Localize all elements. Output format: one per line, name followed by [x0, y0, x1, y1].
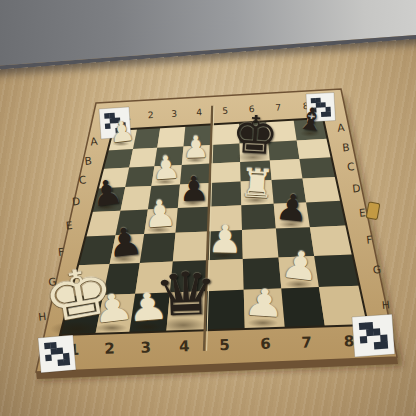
- white-pawn-h6[interactable]: ♟: [243, 284, 287, 324]
- square-f3[interactable]: [140, 233, 176, 263]
- right-letter-E: E: [358, 206, 366, 219]
- left-letter-D: D: [72, 195, 81, 208]
- bottom-number-2: 2: [104, 340, 115, 358]
- black-pawn-f2[interactable]: ♟: [106, 222, 145, 264]
- white-pawn-g7[interactable]: ♟: [279, 246, 321, 288]
- square-c5[interactable]: [210, 162, 241, 183]
- black-pawn-d1[interactable]: ♟: [90, 174, 125, 212]
- bottom-number-5: 5: [219, 336, 230, 354]
- square-a3[interactable]: [157, 126, 185, 148]
- square-g8[interactable]: [314, 255, 359, 288]
- right-letter-B: B: [342, 141, 350, 154]
- white-pawn-f5[interactable]: ♟: [207, 220, 243, 259]
- black-queen-h4[interactable]: ♛: [152, 264, 220, 326]
- brass-clasp: [366, 202, 380, 220]
- left-letter-F: F: [58, 246, 65, 259]
- right-letter-D: D: [352, 182, 361, 195]
- fiducial-marker-icon-bottom-left: [38, 335, 76, 373]
- photo-scene: 11AA22BB33CC44DD55EE66FF77GG88HH ♟♝♟♚♟♜♟…: [0, 0, 416, 416]
- bottom-number-3: 3: [140, 338, 151, 356]
- square-h7[interactable]: [281, 287, 325, 328]
- square-f6[interactable]: [242, 229, 279, 259]
- square-a2[interactable]: [133, 127, 160, 149]
- black-bishop-a8[interactable]: ♝: [295, 104, 326, 138]
- black-pawn-e7[interactable]: ♟: [274, 189, 310, 229]
- white-pawn-e3[interactable]: ♟: [143, 195, 178, 234]
- bottom-number-4: 4: [179, 337, 190, 355]
- top-number-5: 5: [222, 106, 228, 116]
- right-letter-F: F: [366, 233, 373, 246]
- fiducial-marker-icon-bottom-right: [352, 314, 395, 357]
- white-rook-d6[interactable]: ♜: [239, 163, 276, 204]
- top-number-3: 3: [171, 109, 177, 119]
- board-hardware: [366, 202, 380, 220]
- top-number-4: 4: [196, 107, 203, 117]
- square-e8[interactable]: [306, 201, 346, 227]
- square-e6[interactable]: [241, 204, 276, 230]
- top-number-2: 2: [148, 110, 154, 120]
- bottom-number-6: 6: [260, 335, 271, 353]
- white-king-h1[interactable]: ♚: [38, 257, 120, 334]
- bottom-number-7: 7: [301, 333, 312, 351]
- right-letter-G: G: [372, 263, 381, 276]
- left-letter-E: E: [65, 219, 73, 232]
- left-letter-C: C: [78, 173, 87, 186]
- right-letter-C: C: [346, 160, 355, 173]
- square-d5[interactable]: [209, 182, 241, 207]
- black-pawn-d4[interactable]: ♟: [178, 172, 209, 207]
- black-king-b6[interactable]: ♚: [230, 108, 280, 163]
- white-pawn-c3[interactable]: ♟: [151, 152, 181, 185]
- square-c8[interactable]: [300, 157, 336, 178]
- square-e4[interactable]: [176, 207, 209, 233]
- square-f4[interactable]: [173, 231, 208, 261]
- white-pawn-a1[interactable]: ♟: [108, 117, 136, 148]
- square-b8[interactable]: [297, 139, 332, 159]
- right-letter-H: H: [381, 298, 390, 311]
- white-pawn-b4[interactable]: ♟: [183, 133, 210, 163]
- left-letter-B: B: [84, 154, 92, 167]
- square-c2[interactable]: [125, 166, 154, 187]
